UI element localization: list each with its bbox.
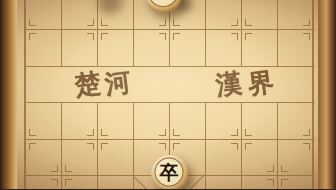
point-marker <box>159 33 166 40</box>
board-gridline-horizontal <box>24 29 315 30</box>
board-gridline-horizontal <box>24 139 315 140</box>
point-marker <box>281 179 288 186</box>
point-marker <box>245 19 252 26</box>
point-marker <box>173 33 180 40</box>
point-marker <box>51 165 58 172</box>
river-label-jie: 界 <box>244 67 277 100</box>
board-gridline-vertical <box>277 0 278 66</box>
wood-frame-right <box>318 0 336 189</box>
point-marker <box>303 143 310 150</box>
point-marker <box>245 143 252 150</box>
point-marker <box>29 129 36 136</box>
point-marker <box>173 19 180 26</box>
point-marker <box>101 129 108 136</box>
point-marker <box>51 179 58 186</box>
point-marker <box>267 179 274 186</box>
point-marker <box>101 33 108 40</box>
point-marker <box>87 143 94 150</box>
point-marker <box>87 19 94 26</box>
point-marker <box>159 129 166 136</box>
piece-face <box>148 0 178 7</box>
point-marker <box>65 179 72 186</box>
point-marker <box>303 33 310 40</box>
point-marker <box>101 19 108 26</box>
piece-face: 卒 <box>155 157 184 186</box>
point-marker <box>87 129 94 136</box>
point-marker <box>65 165 72 172</box>
point-marker <box>303 19 310 26</box>
board-gridline-horizontal <box>24 102 315 103</box>
point-marker <box>87 33 94 40</box>
point-marker <box>245 33 252 40</box>
point-marker <box>245 129 252 136</box>
board-gridline-vertical <box>241 0 242 66</box>
point-marker <box>231 19 238 26</box>
river-label-he: 河 <box>101 67 134 100</box>
board-gridline-vertical <box>133 0 134 66</box>
piece-black-soldier[interactable]: 卒 <box>151 155 188 190</box>
point-marker <box>29 33 36 40</box>
point-marker <box>173 143 180 150</box>
board-layer: 卒 <box>0 0 336 189</box>
point-marker <box>101 143 108 150</box>
point-marker <box>231 129 238 136</box>
piece-character: 卒 <box>160 162 179 181</box>
point-marker <box>231 143 238 150</box>
point-marker <box>303 129 310 136</box>
board-gridline-vertical <box>61 0 62 66</box>
point-marker <box>173 129 180 136</box>
point-marker <box>29 143 36 150</box>
xiangqi-board[interactable]: 卒 楚 河 漢 界 <box>0 0 336 189</box>
point-marker <box>267 165 274 172</box>
point-marker <box>281 165 288 172</box>
point-marker <box>159 19 166 26</box>
point-marker <box>159 143 166 150</box>
river-label-han: 漢 <box>212 68 245 101</box>
river-label-chu: 楚 <box>71 68 104 101</box>
point-marker <box>29 19 36 26</box>
wood-frame-left <box>0 0 17 189</box>
board-gridline-vertical <box>205 0 206 66</box>
point-marker <box>231 33 238 40</box>
